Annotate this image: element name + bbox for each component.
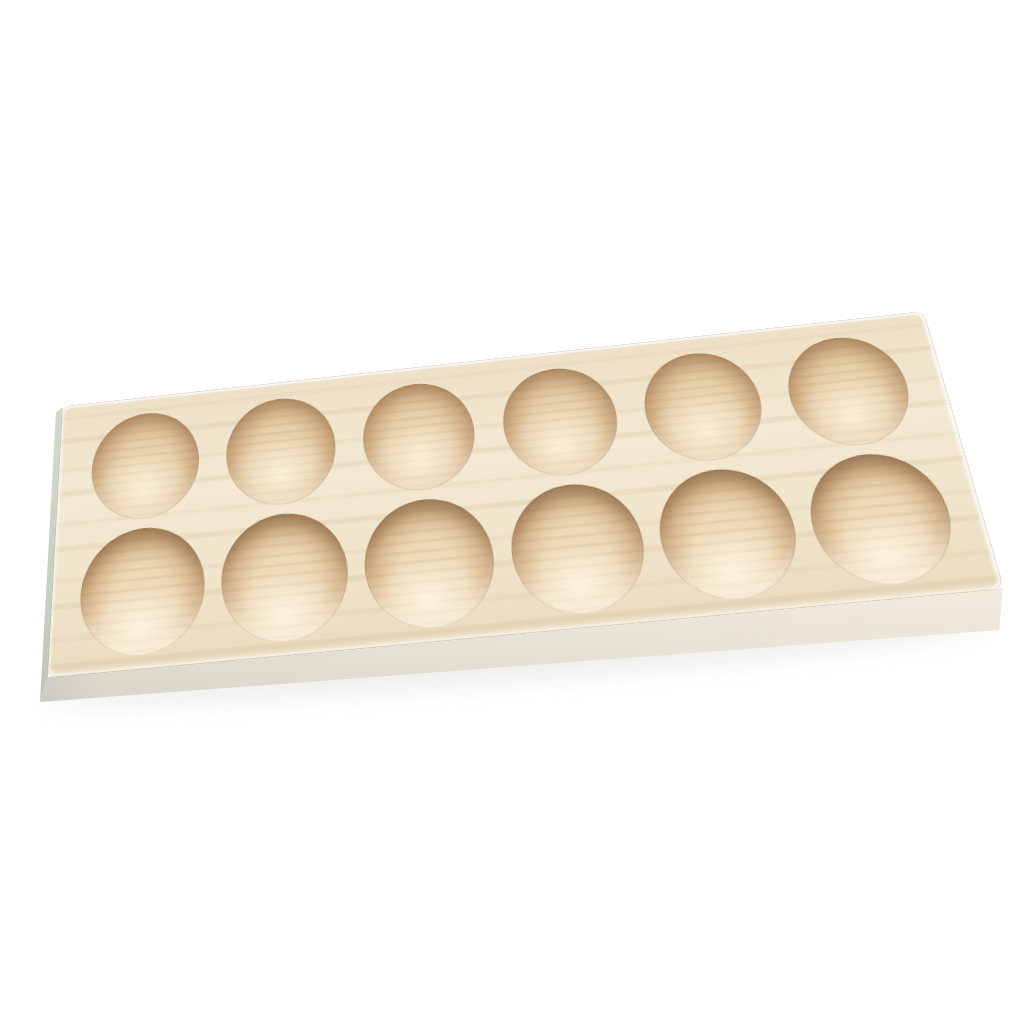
pit-cell-r2c1 xyxy=(69,519,213,664)
pit-r1c2[interactable] xyxy=(226,393,338,510)
pit-r2c5[interactable] xyxy=(650,463,809,606)
pit-r1c4[interactable] xyxy=(497,363,624,481)
pit-cell-r1c1 xyxy=(75,399,213,533)
pit-r2c3[interactable] xyxy=(362,493,501,634)
pit-cell-r1c5 xyxy=(621,339,789,476)
pit-r2c4[interactable] xyxy=(505,478,654,620)
pit-cell-r2c6 xyxy=(789,445,978,594)
pit-r1c5[interactable] xyxy=(636,348,771,466)
pit-cell-r1c3 xyxy=(346,370,495,505)
pit-cell-r2c4 xyxy=(496,475,663,623)
pit-r2c1[interactable] xyxy=(77,522,204,662)
pit-cell-r2c5 xyxy=(641,460,819,608)
pit-cell-r2c2 xyxy=(213,505,360,651)
pit-r1c3[interactable] xyxy=(360,378,480,495)
pit-r2c2[interactable] xyxy=(221,508,351,648)
pit-cell-r1c4 xyxy=(482,354,641,490)
pit-cell-r2c3 xyxy=(353,490,510,637)
pit-r1c1[interactable] xyxy=(89,408,199,524)
pit-r2c6[interactable] xyxy=(798,448,967,591)
pit-r1c6[interactable] xyxy=(778,332,922,451)
pit-cell-r1c6 xyxy=(762,323,940,460)
product-photo xyxy=(0,0,1024,1024)
pit-cell-r1c2 xyxy=(212,385,353,520)
